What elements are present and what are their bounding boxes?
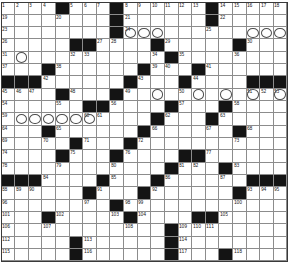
cell-r7c4[interactable]: 42 [42, 76, 55, 87]
cell-r16c14[interactable] [179, 187, 192, 198]
cell-r18c19[interactable] [247, 212, 260, 223]
cell-r10c14[interactable] [179, 113, 192, 124]
cell-r19c21[interactable] [274, 224, 287, 235]
cell-r13c2[interactable] [15, 150, 28, 161]
cell-r17c15[interactable] [192, 200, 205, 211]
cell-r8c20[interactable]: 52 [260, 89, 273, 100]
cell-r18c5[interactable]: 102 [56, 212, 69, 223]
cell-r14c9[interactable]: 80 [110, 163, 123, 174]
cell-r9c15[interactable] [192, 101, 205, 112]
cell-r14c15[interactable]: 82 [192, 163, 205, 174]
cell-r1c8[interactable]: 7 [97, 3, 110, 14]
cell-r12c20[interactable] [260, 138, 273, 149]
cell-r16c21[interactable]: 95 [274, 187, 287, 198]
cell-r9c9[interactable]: 56 [110, 101, 123, 112]
cell-r16c20[interactable]: 94 [260, 187, 273, 198]
cell-r14c20[interactable] [260, 163, 273, 174]
cell-r16c1[interactable]: 88 [2, 187, 15, 198]
cell-r2c4[interactable] [42, 15, 55, 26]
cell-r10c3[interactable] [29, 113, 42, 124]
cell-r3c14[interactable] [179, 27, 192, 38]
cell-r9c2[interactable] [15, 101, 28, 112]
cell-r10c19[interactable] [247, 113, 260, 124]
cell-r3c1[interactable]: 23 [2, 27, 15, 38]
cell-r2c15[interactable] [192, 15, 205, 26]
cell-r2c1[interactable]: 19 [2, 15, 15, 26]
cell-r14c2[interactable] [15, 163, 28, 174]
cell-r1c13[interactable]: 11 [165, 3, 178, 14]
cell-r15c13[interactable]: 86 [165, 175, 178, 186]
cell-r9c18[interactable]: 58 [233, 101, 246, 112]
cell-r5c15[interactable] [192, 52, 205, 63]
cell-r3c21[interactable] [274, 27, 287, 38]
cell-r8c2[interactable]: 46 [15, 89, 28, 100]
cell-r20c17[interactable] [219, 237, 232, 248]
cell-r10c10[interactable] [124, 113, 137, 124]
cell-r12c7[interactable]: 71 [83, 138, 96, 149]
cell-r17c7[interactable]: 97 [83, 200, 96, 211]
cell-r12c13[interactable] [165, 138, 178, 149]
cell-r6c17[interactable] [219, 64, 232, 75]
cell-r5c12[interactable]: 34 [151, 52, 164, 63]
cell-r6c21[interactable] [274, 64, 287, 75]
cell-r10c5[interactable] [56, 113, 69, 124]
cell-r10c1[interactable]: 59 [2, 113, 15, 124]
cell-r14c14[interactable]: 81 [179, 163, 192, 174]
cell-r4c11[interactable] [138, 39, 151, 50]
cell-r2c20[interactable] [260, 15, 273, 26]
cell-r17c11[interactable]: 99 [138, 200, 151, 211]
cell-r7c7[interactable] [83, 76, 96, 87]
cell-r1c4[interactable]: 4 [42, 3, 55, 14]
cell-r9c14[interactable]: 57 [179, 101, 192, 112]
cell-r6c16[interactable]: 41 [206, 64, 219, 75]
cell-r5c4[interactable] [42, 52, 55, 63]
cell-r13c3[interactable] [29, 150, 42, 161]
cell-r4c3[interactable] [29, 39, 42, 50]
cell-r8c11[interactable] [138, 89, 151, 100]
cell-r16c10[interactable] [124, 187, 137, 198]
cell-r18c13[interactable] [165, 212, 178, 223]
cell-r8c19[interactable]: 51 [247, 89, 260, 100]
cell-r1c15[interactable]: 13 [192, 3, 205, 14]
cell-r6c5[interactable]: 38 [56, 64, 69, 75]
cell-r21c14[interactable]: 117 [179, 249, 192, 260]
cell-r7c15[interactable]: 44 [192, 76, 205, 87]
cell-r21c21[interactable] [274, 249, 287, 260]
cell-r14c8[interactable] [97, 163, 110, 174]
cell-r20c21[interactable] [274, 237, 287, 248]
cell-r5c3[interactable] [29, 52, 42, 63]
cell-r18c3[interactable] [29, 212, 42, 223]
cell-r14c7[interactable] [83, 163, 96, 174]
cell-r17c8[interactable] [97, 200, 110, 211]
cell-r17c18[interactable]: 100 [233, 200, 246, 211]
cell-r9c11[interactable] [138, 101, 151, 112]
cell-r13c1[interactable]: 74 [2, 150, 15, 161]
cell-r16c8[interactable]: 91 [97, 187, 110, 198]
cell-r16c19[interactable]: 93 [247, 187, 260, 198]
cell-r10c13[interactable]: 62 [165, 113, 178, 124]
cell-r1c19[interactable]: 16 [247, 3, 260, 14]
cell-r21c9[interactable] [110, 249, 123, 260]
cell-r11c16[interactable]: 67 [206, 126, 219, 137]
cell-r6c6[interactable] [70, 64, 83, 75]
cell-r20c8[interactable] [97, 237, 110, 248]
cell-r20c4[interactable] [42, 237, 55, 248]
cell-r12c2[interactable] [15, 138, 28, 149]
cell-r12c17[interactable] [219, 138, 232, 149]
cell-r2c13[interactable] [165, 15, 178, 26]
cell-r7c12[interactable] [151, 76, 164, 87]
cell-r9c21[interactable] [274, 101, 287, 112]
cell-r19c7[interactable] [83, 224, 96, 235]
cell-r21c10[interactable] [124, 249, 137, 260]
cell-r18c11[interactable]: 104 [138, 212, 151, 223]
cell-r1c21[interactable]: 18 [274, 3, 287, 14]
cell-r16c9[interactable] [110, 187, 123, 198]
cell-r21c3[interactable] [29, 249, 42, 260]
cell-r3c15[interactable] [192, 27, 205, 38]
cell-r4c17[interactable] [219, 39, 232, 50]
cell-r19c1[interactable]: 106 [2, 224, 15, 235]
cell-r19c19[interactable] [247, 224, 260, 235]
cell-r10c11[interactable] [138, 113, 151, 124]
cell-r13c11[interactable] [138, 150, 151, 161]
cell-r19c9[interactable] [110, 224, 123, 235]
cell-r17c16[interactable] [206, 200, 219, 211]
cell-r15c16[interactable] [206, 175, 219, 186]
cell-r11c19[interactable]: 68 [247, 126, 260, 137]
cell-r18c20[interactable] [260, 212, 273, 223]
cell-r20c20[interactable] [260, 237, 273, 248]
cell-r9c3[interactable] [29, 101, 42, 112]
cell-r17c4[interactable] [42, 200, 55, 211]
cell-r8c18[interactable] [233, 89, 246, 100]
cell-r12c1[interactable]: 69 [2, 138, 15, 149]
cell-r16c6[interactable] [70, 187, 83, 198]
cell-r10c15[interactable] [192, 113, 205, 124]
cell-r12c14[interactable] [179, 138, 192, 149]
cell-r19c4[interactable]: 107 [42, 224, 55, 235]
cell-r8c21[interactable]: 53 [274, 89, 287, 100]
cell-r5c8[interactable] [97, 52, 110, 63]
cell-r5c2[interactable] [15, 52, 28, 63]
cell-r13c20[interactable] [260, 150, 273, 161]
cell-r14c1[interactable]: 78 [2, 163, 15, 174]
cell-r1c12[interactable]: 10 [151, 3, 164, 14]
cell-r18c1[interactable]: 101 [2, 212, 15, 223]
cell-r12c18[interactable]: 73 [233, 138, 246, 149]
cell-r8c3[interactable]: 47 [29, 89, 42, 100]
cell-r12c11[interactable]: 72 [138, 138, 151, 149]
cell-r13c19[interactable] [247, 150, 260, 161]
cell-r13c12[interactable] [151, 150, 164, 161]
cell-r17c20[interactable] [260, 200, 273, 211]
cell-r4c13[interactable]: 29 [165, 39, 178, 50]
cell-r4c19[interactable]: 30 [247, 39, 260, 50]
cell-r14c6[interactable] [70, 163, 83, 174]
cell-r1c10[interactable]: 8 [124, 3, 137, 14]
cell-r1c3[interactable]: 3 [29, 3, 42, 14]
cell-r12c12[interactable] [151, 138, 164, 149]
cell-r19c5[interactable] [56, 224, 69, 235]
cell-r13c13[interactable] [165, 150, 178, 161]
cell-r21c19[interactable] [247, 249, 260, 260]
cell-r6c2[interactable] [15, 64, 28, 75]
cell-r8c12[interactable] [151, 89, 164, 100]
cell-r19c18[interactable] [233, 224, 246, 235]
cell-r19c12[interactable] [151, 224, 164, 235]
cell-r2c10[interactable]: 21 [124, 15, 137, 26]
cell-r3c17[interactable] [219, 27, 232, 38]
cell-r7c6[interactable] [70, 76, 83, 87]
cell-r19c17[interactable] [219, 224, 232, 235]
cell-r15c14[interactable] [179, 175, 192, 186]
cell-r12c15[interactable] [192, 138, 205, 149]
cell-r12c21[interactable] [274, 138, 287, 149]
cell-r11c9[interactable] [110, 126, 123, 137]
cell-r3c16[interactable]: 25 [206, 27, 219, 38]
cell-r5c14[interactable]: 35 [179, 52, 192, 63]
cell-r20c3[interactable] [29, 237, 42, 248]
cell-r11c5[interactable]: 65 [56, 126, 69, 137]
cell-r4c14[interactable] [179, 39, 192, 50]
cell-r20c2[interactable] [15, 237, 28, 248]
cell-r2c2[interactable] [15, 15, 28, 26]
cell-r17c21[interactable] [274, 200, 287, 211]
cell-r5c19[interactable] [247, 52, 260, 63]
cell-r11c21[interactable] [274, 126, 287, 137]
cell-r20c15[interactable] [192, 237, 205, 248]
cell-r2c3[interactable] [29, 15, 42, 26]
cell-r18c6[interactable] [70, 212, 83, 223]
cell-r17c3[interactable] [29, 200, 42, 211]
cell-r12c9[interactable] [110, 138, 123, 149]
cell-r8c10[interactable]: 49 [124, 89, 137, 100]
cell-r18c2[interactable] [15, 212, 28, 223]
cell-r1c7[interactable]: 6 [83, 3, 96, 14]
cell-r19c2[interactable] [15, 224, 28, 235]
cell-r17c17[interactable] [219, 200, 232, 211]
cell-r20c7[interactable]: 113 [83, 237, 96, 248]
cell-r14c3[interactable] [29, 163, 42, 174]
cell-r4c5[interactable] [56, 39, 69, 50]
cell-r12c4[interactable]: 70 [42, 138, 55, 149]
cell-r13c8[interactable] [97, 150, 110, 161]
cell-r18c7[interactable] [83, 212, 96, 223]
cell-r3c19[interactable] [247, 27, 260, 38]
cell-r6c14[interactable] [179, 64, 192, 75]
cell-r19c3[interactable] [29, 224, 42, 235]
cell-r2c18[interactable] [233, 15, 246, 26]
cell-r13c6[interactable]: 75 [70, 150, 83, 161]
cell-r8c14[interactable]: 50 [179, 89, 192, 100]
cell-r10c6[interactable] [70, 113, 83, 124]
cell-r6c18[interactable] [233, 64, 246, 75]
cell-r3c6[interactable] [70, 27, 83, 38]
cell-r19c15[interactable]: 110 [192, 224, 205, 235]
cell-r3c13[interactable] [165, 27, 178, 38]
cell-r21c20[interactable] [260, 249, 273, 260]
cell-r7c8[interactable] [97, 76, 110, 87]
cell-r12c8[interactable] [97, 138, 110, 149]
cell-r6c7[interactable] [83, 64, 96, 75]
cell-r12c5[interactable] [56, 138, 69, 149]
cell-r17c14[interactable] [179, 200, 192, 211]
cell-r11c2[interactable] [15, 126, 28, 137]
cell-r8c1[interactable]: 45 [2, 89, 15, 100]
cell-r2c19[interactable] [247, 15, 260, 26]
cell-r9c16[interactable] [206, 101, 219, 112]
cell-r6c10[interactable] [124, 64, 137, 75]
cell-r8c7[interactable] [83, 89, 96, 100]
cell-r6c12[interactable]: 39 [151, 64, 164, 75]
cell-r6c13[interactable]: 40 [165, 64, 178, 75]
cell-r8c4[interactable] [42, 89, 55, 100]
cell-r14c11[interactable] [138, 163, 151, 174]
cell-r3c12[interactable] [151, 27, 164, 38]
cell-r18c17[interactable]: 105 [219, 212, 232, 223]
cell-r7c5[interactable] [56, 76, 69, 87]
cell-r19c20[interactable] [260, 224, 273, 235]
cell-r21c16[interactable] [206, 249, 219, 260]
cell-r2c5[interactable]: 20 [56, 15, 69, 26]
cell-r17c12[interactable] [151, 200, 164, 211]
cell-r8c6[interactable]: 48 [70, 89, 83, 100]
cell-r16c13[interactable] [165, 187, 178, 198]
cell-r6c8[interactable] [97, 64, 110, 75]
cell-r7c17[interactable] [219, 76, 232, 87]
cell-r7c9[interactable] [110, 76, 123, 87]
cell-r14c5[interactable]: 79 [56, 163, 69, 174]
cell-r5c17[interactable] [219, 52, 232, 63]
cell-r19c14[interactable]: 109 [179, 224, 192, 235]
cell-r18c12[interactable] [151, 212, 164, 223]
cell-r10c21[interactable] [274, 113, 287, 124]
cell-r1c1[interactable]: 1 [2, 3, 15, 14]
cell-r20c16[interactable] [206, 237, 219, 248]
cell-r1c20[interactable]: 17 [260, 3, 273, 14]
cell-r17c2[interactable] [15, 200, 28, 211]
cell-r10c18[interactable] [233, 113, 246, 124]
cell-r9c5[interactable]: 55 [56, 101, 69, 112]
cell-r4c2[interactable] [15, 39, 28, 50]
cell-r5c5[interactable] [56, 52, 69, 63]
cell-r15c9[interactable]: 85 [110, 175, 123, 186]
cell-r9c12[interactable] [151, 101, 164, 112]
cell-r1c17[interactable]: 14 [219, 3, 232, 14]
cell-r9c4[interactable] [42, 101, 55, 112]
cell-r14c4[interactable] [42, 163, 55, 174]
cell-r2c7[interactable] [83, 15, 96, 26]
cell-r11c6[interactable] [70, 126, 83, 137]
cell-r5c20[interactable] [260, 52, 273, 63]
cell-r5c16[interactable] [206, 52, 219, 63]
cell-r20c10[interactable] [124, 237, 137, 248]
cell-r3c18[interactable] [233, 27, 246, 38]
cell-r14c19[interactable] [247, 163, 260, 174]
cell-r5c9[interactable] [110, 52, 123, 63]
cell-r19c6[interactable] [70, 224, 83, 235]
cell-r3c3[interactable] [29, 27, 42, 38]
cell-r9c6[interactable] [70, 101, 83, 112]
cell-r15c4[interactable]: 84 [42, 175, 55, 186]
cell-r20c9[interactable] [110, 237, 123, 248]
cell-r20c1[interactable]: 112 [2, 237, 15, 248]
cell-r15c17[interactable]: 87 [219, 175, 232, 186]
cell-r3c5[interactable] [56, 27, 69, 38]
cell-r14c10[interactable] [124, 163, 137, 174]
cell-r17c5[interactable] [56, 200, 69, 211]
cell-r11c7[interactable] [83, 126, 96, 137]
cell-r21c7[interactable]: 116 [83, 249, 96, 260]
cell-r6c3[interactable] [29, 64, 42, 75]
cell-r18c9[interactable]: 103 [110, 212, 123, 223]
cell-r15c11[interactable] [138, 175, 151, 186]
cell-r11c1[interactable]: 64 [2, 126, 15, 137]
cell-r1c11[interactable]: 9 [138, 3, 151, 14]
cell-r8c8[interactable] [97, 89, 110, 100]
cell-r16c16[interactable] [206, 187, 219, 198]
cell-r15c15[interactable] [192, 175, 205, 186]
cell-r16c2[interactable]: 89 [15, 187, 28, 198]
cell-r3c7[interactable] [83, 27, 96, 38]
cell-r13c10[interactable]: 76 [124, 150, 137, 161]
cell-r9c19[interactable] [247, 101, 260, 112]
cell-r21c11[interactable] [138, 249, 151, 260]
cell-r20c14[interactable]: 114 [179, 237, 192, 248]
cell-r4c16[interactable] [206, 39, 219, 50]
cell-r8c15[interactable] [192, 89, 205, 100]
cell-r16c4[interactable] [42, 187, 55, 198]
cell-r6c20[interactable] [260, 64, 273, 75]
cell-r9c1[interactable]: 54 [2, 101, 15, 112]
cell-r11c15[interactable] [192, 126, 205, 137]
cell-r21c18[interactable]: 118 [233, 249, 246, 260]
cell-r14c12[interactable] [151, 163, 164, 174]
cell-r13c7[interactable] [83, 150, 96, 161]
cell-r11c14[interactable] [179, 126, 192, 137]
cell-r2c21[interactable] [274, 15, 287, 26]
cell-r10c4[interactable] [42, 113, 55, 124]
cell-r3c11[interactable] [138, 27, 151, 38]
cell-r12c19[interactable] [247, 138, 260, 149]
cell-r18c18[interactable] [233, 212, 246, 223]
cell-r13c21[interactable] [274, 150, 287, 161]
cell-r15c5[interactable] [56, 175, 69, 186]
cell-r1c18[interactable]: 15 [233, 3, 246, 14]
cell-r11c20[interactable] [260, 126, 273, 137]
cell-r15c7[interactable] [83, 175, 96, 186]
cell-r19c11[interactable] [138, 224, 151, 235]
cell-r5c11[interactable] [138, 52, 151, 63]
cell-r17c1[interactable]: 96 [2, 200, 15, 211]
cell-r15c6[interactable] [70, 175, 83, 186]
cell-r17c13[interactable] [165, 200, 178, 211]
cell-r15c10[interactable] [124, 175, 137, 186]
cell-r7c11[interactable]: 43 [138, 76, 151, 87]
cell-r21c4[interactable] [42, 249, 55, 260]
cell-r10c8[interactable]: 61 [97, 113, 110, 124]
cell-r3c4[interactable] [42, 27, 55, 38]
cell-r16c12[interactable]: 92 [151, 187, 164, 198]
cell-r14c18[interactable]: 83 [233, 163, 246, 174]
cell-r5c10[interactable] [124, 52, 137, 63]
cell-r16c5[interactable] [56, 187, 69, 198]
cell-r3c8[interactable] [97, 27, 110, 38]
cell-r10c20[interactable] [260, 113, 273, 124]
